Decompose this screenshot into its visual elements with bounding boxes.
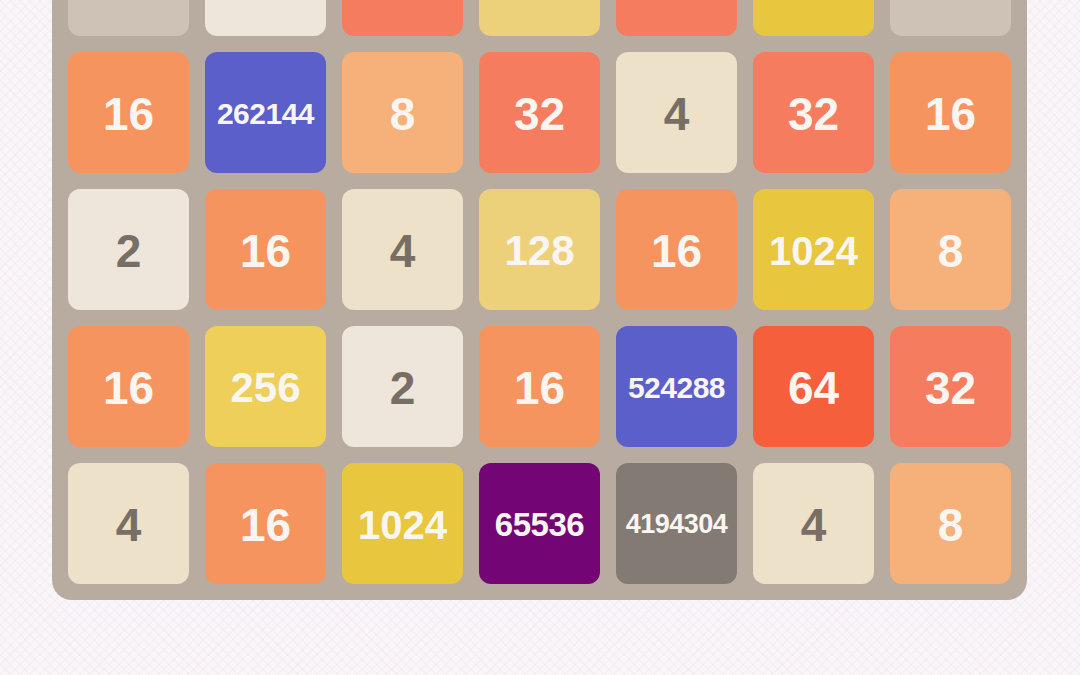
- tile-value: 2: [116, 228, 142, 274]
- tile-8: 8: [342, 52, 463, 173]
- tile-1024: 1024: [342, 463, 463, 584]
- tile-4: 4: [616, 52, 737, 173]
- tile-clipped: [205, 0, 326, 36]
- tile-64: 64: [753, 326, 874, 447]
- tile-128: 128: [479, 189, 600, 310]
- tile-16: 16: [205, 463, 326, 584]
- tile-clipped: [753, 0, 874, 36]
- tile-16: 16: [68, 326, 189, 447]
- tile-2: 2: [342, 326, 463, 447]
- tile-value: 1024: [358, 505, 447, 545]
- tile-value: 4: [664, 91, 690, 137]
- tile-65536: 65536: [479, 463, 600, 584]
- empty-cell: [68, 0, 189, 36]
- tile-value: 32: [788, 91, 839, 137]
- tile-value: 8: [938, 228, 964, 274]
- tile-value: 4: [801, 502, 827, 548]
- tile-value: 16: [514, 365, 565, 411]
- tile-value: 2: [390, 365, 416, 411]
- tile-8: 8: [890, 463, 1011, 584]
- tile-value: 16: [925, 91, 976, 137]
- tile-value: 256: [230, 367, 300, 409]
- tile-value: 524288: [628, 373, 725, 403]
- tile-8: 8: [890, 189, 1011, 310]
- tile-value: 65536: [495, 508, 584, 541]
- tile-value: 16: [651, 228, 702, 274]
- tile-4: 4: [753, 463, 874, 584]
- tile-clipped: [616, 0, 737, 36]
- tile-16: 16: [616, 189, 737, 310]
- tile-32: 32: [890, 326, 1011, 447]
- tile-grid: 1626214483243216216412816102481625621652…: [68, 0, 1011, 584]
- tile-524288: 524288: [616, 326, 737, 447]
- tile-32: 32: [753, 52, 874, 173]
- tile-4: 4: [68, 463, 189, 584]
- tile-value: 32: [925, 365, 976, 411]
- tile-32: 32: [479, 52, 600, 173]
- tile-4: 4: [342, 189, 463, 310]
- tile-clipped: [342, 0, 463, 36]
- tile-value: 8: [390, 91, 416, 137]
- game-board-2048[interactable]: 1626214483243216216412816102481625621652…: [52, 0, 1027, 600]
- tile-value: 16: [103, 91, 154, 137]
- tile-value: 64: [788, 365, 839, 411]
- tile-value: 32: [514, 91, 565, 137]
- tile-value: 1024: [769, 231, 858, 271]
- tile-16: 16: [68, 52, 189, 173]
- tile-clipped: [479, 0, 600, 36]
- tile-value: 4194304: [626, 511, 728, 538]
- tile-16: 16: [890, 52, 1011, 173]
- tile-value: 4: [390, 228, 416, 274]
- tile-value: 262144: [217, 99, 314, 129]
- tile-value: 16: [240, 228, 291, 274]
- empty-cell: [890, 0, 1011, 36]
- tile-4194304: 4194304: [616, 463, 737, 584]
- tile-value: 16: [240, 502, 291, 548]
- tile-value: 128: [504, 230, 574, 272]
- tile-16: 16: [479, 326, 600, 447]
- tile-16: 16: [205, 189, 326, 310]
- tile-value: 16: [103, 365, 154, 411]
- tile-2: 2: [68, 189, 189, 310]
- tile-value: 8: [938, 502, 964, 548]
- tile-256: 256: [205, 326, 326, 447]
- tile-1024: 1024: [753, 189, 874, 310]
- tile-value: 4: [116, 502, 142, 548]
- tile-262144: 262144: [205, 52, 326, 173]
